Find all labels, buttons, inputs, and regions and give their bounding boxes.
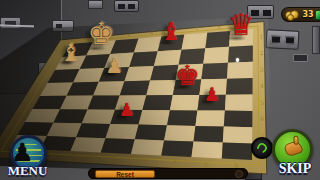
square-h3[interactable]	[227, 62, 253, 79]
file-label-top: d	[150, 30, 153, 35]
file-label: g	[204, 160, 208, 168]
square-h5[interactable]	[225, 95, 253, 111]
square-d8[interactable]	[101, 138, 135, 154]
file-label: c	[82, 153, 86, 161]
square-c7[interactable]	[76, 123, 110, 138]
square-e4[interactable]	[146, 80, 175, 95]
coin-stack-icon	[287, 14, 294, 21]
square-g8[interactable]	[192, 142, 223, 159]
square-f1[interactable]	[182, 33, 208, 50]
square-h4[interactable]	[226, 78, 253, 95]
square-c5[interactable]	[88, 95, 120, 109]
square-e5[interactable]	[142, 95, 172, 110]
menu-label[interactable]: MENU	[0, 163, 55, 179]
square-e7[interactable]	[135, 125, 167, 141]
piece-red-bishop-e1[interactable]: ♝	[160, 20, 182, 45]
square-f5[interactable]	[170, 95, 200, 111]
rotate-camera-button[interactable]	[251, 137, 273, 159]
square-d4[interactable]	[120, 81, 150, 96]
square-e6[interactable]	[139, 110, 170, 125]
square-h8[interactable]	[222, 143, 252, 161]
rank-label: 6	[260, 115, 264, 122]
coin-count: 33	[301, 10, 315, 19]
rank-label: 3	[260, 66, 264, 73]
square-e8[interactable]	[131, 139, 164, 155]
skip-label[interactable]: SKIP	[268, 161, 320, 177]
file-label-top: g	[218, 24, 221, 29]
file-label: d	[112, 155, 116, 163]
square-f6[interactable]	[167, 110, 197, 126]
square-g7[interactable]	[194, 126, 224, 143]
black-pawn-icon: ♟	[11, 140, 33, 165]
currency-bar: 33	[281, 7, 320, 22]
square-g1[interactable]	[205, 31, 230, 48]
square-d7[interactable]	[106, 124, 139, 139]
piece-red-queen-h1[interactable]: ♛	[228, 11, 254, 40]
piece-red-pawn-g5[interactable]: ♟	[204, 86, 221, 105]
rank-label: 1	[259, 33, 263, 40]
square-h7[interactable]	[223, 127, 253, 144]
file-label: e	[143, 157, 147, 165]
piece-red-king-f4[interactable]: ♚	[175, 62, 200, 90]
square-f8[interactable]	[161, 140, 193, 157]
piece-white-king-b1[interactable]: ♚	[88, 19, 115, 50]
rank-label: 4	[260, 82, 264, 89]
cursor-dot	[236, 58, 239, 62]
square-d3[interactable]	[124, 66, 153, 81]
square-h6[interactable]	[224, 111, 253, 128]
piece-white-pawn-c3[interactable]: ♟	[105, 56, 123, 76]
file-label: b	[51, 152, 55, 160]
piece-red-pawn-d6[interactable]: ♟	[119, 101, 135, 119]
rank-label: 5	[260, 99, 264, 106]
piece-white-bishop-a2[interactable]: ♝	[60, 41, 82, 65]
reset-button[interactable]: Reset	[95, 170, 155, 178]
rotate-camera-icon	[255, 141, 269, 155]
square-h2[interactable]	[228, 45, 253, 62]
square-c8[interactable]	[71, 137, 106, 152]
square-f7[interactable]	[164, 125, 195, 141]
square-g3[interactable]	[201, 63, 228, 80]
game-screen: aabbccddeeffgghh12345678 ♚♝♛♝♟♚♟♟ 33 ♟ M…	[0, 0, 320, 180]
bar-dot-icon	[235, 170, 243, 178]
green-gem-icon[interactable]	[315, 10, 320, 20]
square-g2[interactable]	[203, 47, 229, 64]
orange-hand-icon	[283, 140, 303, 158]
rank-label: 2	[260, 49, 264, 56]
debug-bar: Reset	[88, 168, 248, 179]
square-g6[interactable]	[195, 110, 225, 126]
square-c6[interactable]	[82, 110, 115, 125]
